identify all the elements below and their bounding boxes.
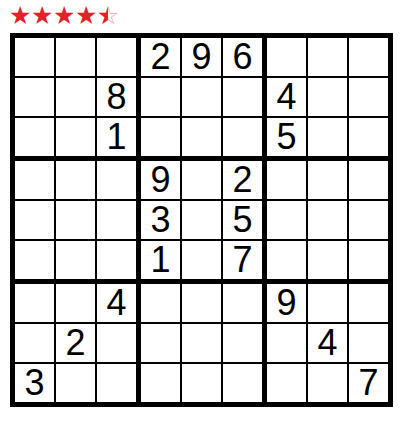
cell-r8c7[interactable] [267, 324, 308, 364]
cell-r3c9[interactable] [349, 118, 388, 161]
cell-r3c4[interactable] [141, 118, 182, 161]
star-full-icon: ★ [53, 2, 75, 28]
cell-r5c2[interactable] [56, 201, 97, 241]
cell-r1c4[interactable]: 2 [141, 38, 182, 78]
cell-r1c2[interactable] [56, 38, 97, 78]
cell-r7c7[interactable]: 9 [267, 284, 308, 324]
cell-r2c3[interactable]: 8 [97, 78, 141, 118]
cell-r4c4[interactable]: 9 [141, 161, 182, 201]
cell-r6c1[interactable] [15, 241, 56, 284]
difficulty-star-rating: ★★★★☆★ [9, 2, 119, 28]
cell-r5c1[interactable] [15, 201, 56, 241]
cell-r8c8[interactable]: 4 [308, 324, 349, 364]
cell-r4c3[interactable] [97, 161, 141, 201]
cell-r6c7[interactable] [267, 241, 308, 284]
cell-r9c7[interactable] [267, 364, 308, 402]
cell-r9c1[interactable]: 3 [15, 364, 56, 402]
cell-r4c1[interactable] [15, 161, 56, 201]
star-full-icon: ★ [31, 2, 53, 28]
cell-r4c7[interactable] [267, 161, 308, 201]
cell-r1c1[interactable] [15, 38, 56, 78]
cell-r5c9[interactable] [349, 201, 388, 241]
cell-r8c2[interactable]: 2 [56, 324, 97, 364]
cell-r6c2[interactable] [56, 241, 97, 284]
cell-r5c6[interactable]: 5 [223, 201, 267, 241]
cell-r5c8[interactable] [308, 201, 349, 241]
cell-r2c5[interactable] [182, 78, 223, 118]
cell-r6c8[interactable] [308, 241, 349, 284]
cell-r6c9[interactable] [349, 241, 388, 284]
cell-r3c8[interactable] [308, 118, 349, 161]
cell-r1c3[interactable] [97, 38, 141, 78]
cell-r3c3[interactable]: 1 [97, 118, 141, 161]
cell-r7c4[interactable] [141, 284, 182, 324]
cell-r8c5[interactable] [182, 324, 223, 364]
cell-r2c9[interactable] [349, 78, 388, 118]
cell-r9c4[interactable] [141, 364, 182, 402]
cell-r4c2[interactable] [56, 161, 97, 201]
cell-r8c3[interactable] [97, 324, 141, 364]
cell-r9c2[interactable] [56, 364, 97, 402]
cell-r7c6[interactable] [223, 284, 267, 324]
cell-r5c3[interactable] [97, 201, 141, 241]
cell-r7c3[interactable]: 4 [97, 284, 141, 324]
cell-r8c4[interactable] [141, 324, 182, 364]
cell-r3c6[interactable] [223, 118, 267, 161]
cell-r2c8[interactable] [308, 78, 349, 118]
star-half-icon: ☆★ [97, 2, 119, 28]
cell-r2c7[interactable]: 4 [267, 78, 308, 118]
cell-r7c5[interactable] [182, 284, 223, 324]
cell-r3c1[interactable] [15, 118, 56, 161]
cell-r3c5[interactable] [182, 118, 223, 161]
cell-r1c5[interactable]: 9 [182, 38, 223, 78]
cell-r4c6[interactable]: 2 [223, 161, 267, 201]
cell-r5c7[interactable] [267, 201, 308, 241]
cell-r1c6[interactable]: 6 [223, 38, 267, 78]
cell-r6c3[interactable] [97, 241, 141, 284]
star-full-icon: ★ [9, 2, 31, 28]
cell-r7c1[interactable] [15, 284, 56, 324]
cell-r5c4[interactable]: 3 [141, 201, 182, 241]
cell-r7c8[interactable] [308, 284, 349, 324]
cell-r9c8[interactable] [308, 364, 349, 402]
cell-r9c6[interactable] [223, 364, 267, 402]
cell-r8c6[interactable] [223, 324, 267, 364]
sudoku-board: 2968415923517492437 [10, 33, 393, 407]
cell-r6c6[interactable]: 7 [223, 241, 267, 284]
cell-r5c5[interactable] [182, 201, 223, 241]
cell-r2c1[interactable] [15, 78, 56, 118]
cell-r1c8[interactable] [308, 38, 349, 78]
cell-r4c8[interactable] [308, 161, 349, 201]
cell-r1c9[interactable] [349, 38, 388, 78]
cell-r1c7[interactable] [267, 38, 308, 78]
cell-r2c4[interactable] [141, 78, 182, 118]
cell-r8c9[interactable] [349, 324, 388, 364]
cell-r6c4[interactable]: 1 [141, 241, 182, 284]
cell-r3c2[interactable] [56, 118, 97, 161]
cell-r7c2[interactable] [56, 284, 97, 324]
cell-r7c9[interactable] [349, 284, 388, 324]
cell-r6c5[interactable] [182, 241, 223, 284]
star-full-icon: ★ [75, 2, 97, 28]
cell-r3c7[interactable]: 5 [267, 118, 308, 161]
cell-r9c3[interactable] [97, 364, 141, 402]
cell-r4c5[interactable] [182, 161, 223, 201]
cell-r4c9[interactable] [349, 161, 388, 201]
cell-r2c2[interactable] [56, 78, 97, 118]
cell-r9c5[interactable] [182, 364, 223, 402]
cell-r2c6[interactable] [223, 78, 267, 118]
sudoku-page: ★★★★☆★ 2968415923517492437 [0, 0, 405, 421]
cell-r9c9[interactable]: 7 [349, 364, 388, 402]
cell-r8c1[interactable] [15, 324, 56, 364]
